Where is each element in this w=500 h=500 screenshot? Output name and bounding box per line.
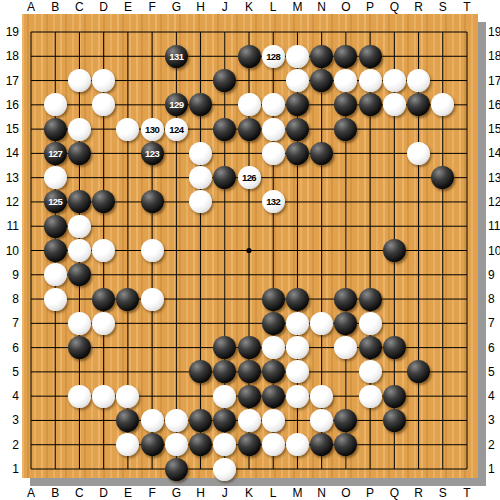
- white-stone-Q17: [383, 69, 406, 92]
- coord-number-right-19: 19: [488, 25, 500, 39]
- coord-letter-top-A: A: [22, 0, 40, 14]
- coord-letter-bottom-C: C: [70, 486, 88, 500]
- coord-letter-top-S: S: [434, 0, 452, 14]
- black-stone-K6: [238, 336, 261, 359]
- black-stone-C14: [68, 142, 91, 165]
- coord-number-right-15: 15: [488, 122, 500, 136]
- move-number-label-B14: 127: [44, 142, 67, 165]
- coord-number-left-6: 6: [0, 341, 19, 355]
- coord-letter-bottom-J: J: [216, 486, 234, 500]
- coord-number-left-5: 5: [0, 365, 19, 379]
- white-stone-C7: [68, 312, 91, 335]
- black-stone-N18: [310, 45, 333, 68]
- coord-number-left-7: 7: [0, 316, 19, 330]
- coord-number-right-8: 8: [488, 292, 500, 306]
- coord-letter-top-Q: Q: [385, 0, 403, 14]
- black-stone-J15: [213, 118, 236, 141]
- black-stone-Q10: [383, 239, 406, 262]
- white-stone-M6: [286, 336, 309, 359]
- coord-letter-bottom-O: O: [337, 486, 355, 500]
- white-stone-C15: [68, 118, 91, 141]
- coord-number-left-3: 3: [0, 413, 19, 427]
- coord-letter-bottom-A: A: [22, 486, 40, 500]
- white-stone-J4: [213, 385, 236, 408]
- coord-number-right-16: 16: [488, 98, 500, 112]
- coord-letter-bottom-G: G: [167, 486, 185, 500]
- black-stone-K18: [238, 45, 261, 68]
- coord-letter-top-B: B: [46, 0, 64, 14]
- black-stone-K15: [238, 118, 261, 141]
- black-stone-G16: 129: [165, 93, 188, 116]
- coord-letter-top-G: G: [167, 0, 185, 14]
- coord-letter-bottom-T: T: [458, 486, 476, 500]
- white-stone-J1: [213, 458, 236, 481]
- black-stone-L7: [262, 312, 285, 335]
- white-stone-D7: [92, 312, 115, 335]
- coord-letter-bottom-K: K: [240, 486, 258, 500]
- white-stone-P7: [359, 312, 382, 335]
- coord-number-right-4: 4: [488, 389, 500, 403]
- black-stone-L4: [262, 385, 285, 408]
- white-stone-C17: [68, 69, 91, 92]
- coord-letter-top-E: E: [119, 0, 137, 14]
- black-stone-Q4: [383, 385, 406, 408]
- white-stone-K16: [238, 93, 261, 116]
- move-number-label-B12: 125: [44, 190, 67, 213]
- black-stone-P6: [359, 336, 382, 359]
- coord-number-left-15: 15: [0, 122, 19, 136]
- white-stone-M18: [286, 45, 309, 68]
- white-stone-P17: [359, 69, 382, 92]
- move-number-label-G18: 131: [165, 45, 188, 68]
- white-stone-F10: [141, 239, 164, 262]
- go-board-diagram: 131128129130124127123126125132 AABBCCDDE…: [0, 0, 500, 500]
- black-stone-C6: [68, 336, 91, 359]
- coord-letter-top-C: C: [70, 0, 88, 14]
- black-stone-G18: 131: [165, 45, 188, 68]
- coord-number-left-8: 8: [0, 292, 19, 306]
- white-stone-R14: [407, 142, 430, 165]
- coord-letter-bottom-S: S: [434, 486, 452, 500]
- coord-number-right-7: 7: [488, 316, 500, 330]
- white-stone-G2: [165, 433, 188, 456]
- black-stone-M8: [286, 288, 309, 311]
- black-stone-B10: [44, 239, 67, 262]
- move-number-label-L18: 128: [262, 45, 285, 68]
- black-stone-H3: [189, 409, 212, 432]
- black-stone-B12: 125: [44, 190, 67, 213]
- white-stone-L14: [262, 142, 285, 165]
- white-stone-L3: [262, 409, 285, 432]
- coord-letter-top-J: J: [216, 0, 234, 14]
- coord-letter-bottom-L: L: [264, 486, 282, 500]
- white-stone-H14: [189, 142, 212, 165]
- coord-number-right-17: 17: [488, 74, 500, 88]
- coord-letter-top-O: O: [337, 0, 355, 14]
- coord-number-right-2: 2: [488, 438, 500, 452]
- black-stone-K2: [238, 433, 261, 456]
- white-stone-E4: [116, 385, 139, 408]
- white-stone-C11: [68, 215, 91, 238]
- black-stone-L8: [262, 288, 285, 311]
- black-stone-Q3: [383, 409, 406, 432]
- coord-number-right-3: 3: [488, 413, 500, 427]
- black-stone-F14: 123: [141, 142, 164, 165]
- coord-letter-top-K: K: [240, 0, 258, 14]
- white-stone-L6: [262, 336, 285, 359]
- coord-letter-top-L: L: [264, 0, 282, 14]
- coord-number-right-6: 6: [488, 341, 500, 355]
- coord-number-right-10: 10: [488, 244, 500, 258]
- move-number-label-F15: 130: [141, 118, 164, 141]
- white-stone-Q16: [383, 93, 406, 116]
- coord-letter-bottom-P: P: [361, 486, 379, 500]
- white-stone-D4: [92, 385, 115, 408]
- coord-letter-top-N: N: [313, 0, 331, 14]
- coord-number-left-18: 18: [0, 49, 19, 63]
- star-point-K10: [246, 248, 251, 253]
- coord-number-left-17: 17: [0, 74, 19, 88]
- move-number-label-F14: 123: [141, 142, 164, 165]
- black-stone-B14: 127: [44, 142, 67, 165]
- coord-number-right-13: 13: [488, 171, 500, 185]
- black-stone-M14: [286, 142, 309, 165]
- coord-number-right-11: 11: [488, 219, 500, 233]
- coord-number-left-16: 16: [0, 98, 19, 112]
- white-stone-P5: [359, 360, 382, 383]
- white-stone-K3: [238, 409, 261, 432]
- coord-letter-top-M: M: [288, 0, 306, 14]
- white-stone-F3: [141, 409, 164, 432]
- black-stone-B15: [44, 118, 67, 141]
- white-stone-N4: [310, 385, 333, 408]
- black-stone-K5: [238, 360, 261, 383]
- black-stone-B11: [44, 215, 67, 238]
- white-stone-B16: [44, 93, 67, 116]
- coord-number-left-2: 2: [0, 438, 19, 452]
- black-stone-E8: [116, 288, 139, 311]
- coord-letter-top-H: H: [192, 0, 210, 14]
- black-stone-F2: [141, 433, 164, 456]
- coord-number-left-10: 10: [0, 244, 19, 258]
- coord-number-right-1: 1: [488, 462, 500, 476]
- black-stone-N14: [310, 142, 333, 165]
- white-stone-N3: [310, 409, 333, 432]
- coord-letter-bottom-D: D: [95, 486, 113, 500]
- black-stone-L5: [262, 360, 285, 383]
- coord-letter-bottom-E: E: [119, 486, 137, 500]
- coord-number-right-9: 9: [488, 268, 500, 282]
- coord-number-left-14: 14: [0, 146, 19, 160]
- white-stone-L16: [262, 93, 285, 116]
- coord-letter-bottom-M: M: [288, 486, 306, 500]
- white-stone-L18: 128: [262, 45, 285, 68]
- white-stone-G3: [165, 409, 188, 432]
- coord-letter-top-R: R: [410, 0, 428, 14]
- white-stone-C10: [68, 239, 91, 262]
- board-surface[interactable]: 131128129130124127123126125132: [22, 14, 478, 478]
- coord-letter-top-D: D: [95, 0, 113, 14]
- coord-number-left-12: 12: [0, 195, 19, 209]
- black-stone-M15: [286, 118, 309, 141]
- coord-number-left-4: 4: [0, 389, 19, 403]
- move-number-label-G16: 129: [165, 93, 188, 116]
- black-stone-O8: [334, 288, 357, 311]
- coord-number-left-13: 13: [0, 171, 19, 185]
- white-stone-B9: [44, 263, 67, 286]
- move-number-label-L12: 132: [262, 190, 285, 213]
- coord-number-right-12: 12: [488, 195, 500, 209]
- white-stone-M17: [286, 69, 309, 92]
- black-stone-Q6: [383, 336, 406, 359]
- white-stone-K13: 126: [238, 166, 261, 189]
- white-stone-L2: [262, 433, 285, 456]
- black-stone-O15: [334, 118, 357, 141]
- coord-number-left-9: 9: [0, 268, 19, 282]
- coord-letter-bottom-N: N: [313, 486, 331, 500]
- white-stone-F8: [141, 288, 164, 311]
- white-stone-N7: [310, 312, 333, 335]
- coord-number-right-14: 14: [488, 146, 500, 160]
- white-stone-G15: 124: [165, 118, 188, 141]
- white-stone-M2: [286, 433, 309, 456]
- move-number-label-G15: 124: [165, 118, 188, 141]
- white-stone-B8: [44, 288, 67, 311]
- coord-number-right-18: 18: [488, 49, 500, 63]
- white-stone-E15: [116, 118, 139, 141]
- white-stone-M4: [286, 385, 309, 408]
- black-stone-F12: [141, 190, 164, 213]
- black-stone-P18: [359, 45, 382, 68]
- coord-letter-top-P: P: [361, 0, 379, 14]
- coord-letter-bottom-B: B: [46, 486, 64, 500]
- white-stone-L12: 132: [262, 190, 285, 213]
- black-stone-G1: [165, 458, 188, 481]
- white-stone-L15: [262, 118, 285, 141]
- coord-number-left-11: 11: [0, 219, 19, 233]
- coord-letter-bottom-R: R: [410, 486, 428, 500]
- white-stone-F15: 130: [141, 118, 164, 141]
- black-stone-D8: [92, 288, 115, 311]
- black-stone-K4: [238, 385, 261, 408]
- black-stone-P16: [359, 93, 382, 116]
- white-stone-C4: [68, 385, 91, 408]
- coord-letter-bottom-H: H: [192, 486, 210, 500]
- move-number-label-K13: 126: [238, 166, 261, 189]
- coord-letter-bottom-F: F: [143, 486, 161, 500]
- coord-number-left-19: 19: [0, 25, 19, 39]
- coord-letter-bottom-Q: Q: [385, 486, 403, 500]
- coord-letter-top-T: T: [458, 0, 476, 14]
- white-stone-B13: [44, 166, 67, 189]
- white-stone-P4: [359, 385, 382, 408]
- coord-number-left-1: 1: [0, 462, 19, 476]
- coord-number-right-5: 5: [488, 365, 500, 379]
- coord-letter-top-F: F: [143, 0, 161, 14]
- black-stone-P8: [359, 288, 382, 311]
- white-stone-M7: [286, 312, 309, 335]
